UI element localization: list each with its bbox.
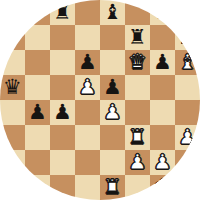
square-e4[interactable]: ♟ <box>100 100 125 125</box>
piece-black-rook-c8[interactable]: ♜ <box>53 0 72 25</box>
square-a5[interactable]: ♛ <box>0 75 25 100</box>
square-a8[interactable] <box>0 0 25 25</box>
piece-black-king-g8[interactable]: ♚ <box>153 0 172 25</box>
piece-black-pawn-b4[interactable]: ♟ <box>28 100 47 125</box>
piece-white-pawn-f2[interactable]: ♟ <box>128 150 147 175</box>
square-c7[interactable] <box>50 25 75 50</box>
square-b3[interactable] <box>25 125 50 150</box>
square-c2[interactable] <box>50 150 75 175</box>
square-b8[interactable] <box>25 0 50 25</box>
square-a1[interactable] <box>0 175 25 200</box>
square-a4[interactable] <box>0 100 25 125</box>
piece-black-bishop-e8[interactable]: ♝ <box>103 0 122 25</box>
square-d6[interactable]: ♟ <box>75 50 100 75</box>
square-d2[interactable] <box>75 150 100 175</box>
square-h3[interactable]: ♟ <box>175 125 200 150</box>
square-f3[interactable]: ♜ <box>125 125 150 150</box>
square-c6[interactable] <box>50 50 75 75</box>
piece-black-pawn-c4[interactable]: ♟ <box>53 100 72 125</box>
piece-white-pawn-e4[interactable]: ♟ <box>103 100 122 125</box>
square-g8[interactable]: ♚ <box>150 0 175 25</box>
square-c4[interactable]: ♟ <box>50 100 75 125</box>
piece-white-rook-f3[interactable]: ♜ <box>128 125 147 150</box>
square-h5[interactable] <box>175 75 200 100</box>
square-a3[interactable] <box>0 125 25 150</box>
square-e1[interactable]: ♜ <box>100 175 125 200</box>
square-d1[interactable] <box>75 175 100 200</box>
square-g2[interactable]: ♟ <box>150 150 175 175</box>
square-h8[interactable] <box>175 0 200 25</box>
piece-white-pawn-h3[interactable]: ♟ <box>178 125 197 150</box>
square-d3[interactable] <box>75 125 100 150</box>
piece-black-pawn-d6[interactable]: ♟ <box>78 50 97 75</box>
piece-white-queen-f6[interactable]: ♛ <box>128 50 147 75</box>
square-h7[interactable]: ♟ <box>175 25 200 50</box>
square-a6[interactable] <box>0 50 25 75</box>
piece-white-king-g1[interactable]: ♚ <box>153 175 172 200</box>
square-d8[interactable] <box>75 0 100 25</box>
square-g7[interactable] <box>150 25 175 50</box>
square-e6[interactable] <box>100 50 125 75</box>
piece-black-rook-f7[interactable]: ♜ <box>128 25 147 50</box>
piece-white-pawn-d5[interactable]: ♟ <box>78 75 97 100</box>
square-f5[interactable] <box>125 75 150 100</box>
piece-black-pawn-g6[interactable]: ♟ <box>153 50 172 75</box>
square-b5[interactable] <box>25 75 50 100</box>
square-h4[interactable] <box>175 100 200 125</box>
square-h6[interactable]: ♝ <box>175 50 200 75</box>
square-e3[interactable] <box>100 125 125 150</box>
piece-white-bishop-h6[interactable]: ♝ <box>178 50 197 75</box>
piece-black-queen-a5[interactable]: ♛ <box>3 75 22 100</box>
square-c5[interactable] <box>50 75 75 100</box>
square-b6[interactable] <box>25 50 50 75</box>
square-h1[interactable] <box>175 175 200 200</box>
square-b1[interactable] <box>25 175 50 200</box>
square-b7[interactable] <box>25 25 50 50</box>
square-g4[interactable] <box>150 100 175 125</box>
chess-board: ♜♝♚♜♟♟♛♟♝♛♟♟♟♟♟♜♟♟♟♜♚ <box>0 0 200 200</box>
square-g1[interactable]: ♚ <box>150 175 175 200</box>
square-d7[interactable] <box>75 25 100 50</box>
square-f4[interactable] <box>125 100 150 125</box>
square-f6[interactable]: ♛ <box>125 50 150 75</box>
square-e5[interactable]: ♟ <box>100 75 125 100</box>
square-a2[interactable] <box>0 150 25 175</box>
square-c1[interactable] <box>50 175 75 200</box>
square-d4[interactable] <box>75 100 100 125</box>
chess-board-circle: ♜♝♚♜♟♟♛♟♝♛♟♟♟♟♟♜♟♟♟♜♚ <box>0 0 200 200</box>
piece-white-rook-e1[interactable]: ♜ <box>103 175 122 200</box>
square-a7[interactable] <box>0 25 25 50</box>
square-g3[interactable] <box>150 125 175 150</box>
square-f1[interactable] <box>125 175 150 200</box>
square-b4[interactable]: ♟ <box>25 100 50 125</box>
square-g6[interactable]: ♟ <box>150 50 175 75</box>
piece-black-pawn-h7[interactable]: ♟ <box>178 25 197 50</box>
square-c8[interactable]: ♜ <box>50 0 75 25</box>
square-f8[interactable] <box>125 0 150 25</box>
piece-black-pawn-e5[interactable]: ♟ <box>103 75 122 100</box>
square-g5[interactable] <box>150 75 175 100</box>
square-e8[interactable]: ♝ <box>100 0 125 25</box>
square-d5[interactable]: ♟ <box>75 75 100 100</box>
square-c3[interactable] <box>50 125 75 150</box>
square-f2[interactable]: ♟ <box>125 150 150 175</box>
square-e2[interactable] <box>100 150 125 175</box>
square-b2[interactable] <box>25 150 50 175</box>
square-f7[interactable]: ♜ <box>125 25 150 50</box>
piece-white-pawn-g2[interactable]: ♟ <box>153 150 172 175</box>
square-e7[interactable] <box>100 25 125 50</box>
square-h2[interactable] <box>175 150 200 175</box>
